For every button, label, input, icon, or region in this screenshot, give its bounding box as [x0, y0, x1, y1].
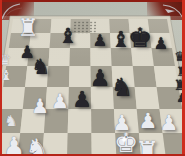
piece-black-pawn-h7[interactable]: ♟ — [154, 36, 168, 52]
red-frame-top — [0, 0, 185, 2]
captured-white-knight: ♞ — [4, 114, 17, 129]
piece-black-pawn-d4[interactable]: ♟ — [72, 89, 92, 111]
square-a4[interactable] — [0, 87, 25, 109]
king-highlight-sparkle: ✦ — [120, 136, 128, 145]
square-e3[interactable] — [91, 109, 115, 133]
piece-black-pawn-e7[interactable]: ♟ — [93, 33, 107, 49]
square-d2[interactable] — [67, 133, 92, 156]
piece-white-pawn-b3[interactable]: ♟ — [31, 96, 49, 116]
square-g5[interactable] — [133, 66, 157, 87]
chess-titans-screenshot: ♜♝♟♝♚♟♟♞♟♟♟♞♟♟♟♟♟♚♞♜ ♛♝♞ ♛♜♜♟ ✦ — [0, 0, 185, 156]
square-g4[interactable] — [135, 87, 160, 109]
piece-black-king-g7[interactable]: ♚ — [128, 24, 152, 51]
piece-white-pawn-g3[interactable]: ♟ — [139, 111, 158, 132]
piece-white-pawn-h3[interactable]: ♟ — [160, 113, 179, 134]
piece-white-rook-a8[interactable]: ♜ — [17, 16, 39, 40]
piece-black-knight-f4[interactable]: ♞ — [111, 75, 133, 100]
square-d3[interactable] — [68, 109, 92, 133]
square-d5[interactable] — [69, 66, 91, 87]
piece-white-pawn-a2[interactable]: ♟ — [3, 134, 25, 156]
square-e2[interactable] — [91, 133, 116, 156]
piece-black-pawn-e5[interactable]: ♟ — [90, 67, 111, 90]
red-frame-bottom — [0, 154, 185, 156]
red-frame-left — [0, 0, 2, 156]
piece-black-knight-b5[interactable]: ♞ — [32, 57, 51, 78]
piece-white-knight-b1[interactable]: ♞ — [25, 135, 49, 156]
red-frame-right — [182, 0, 185, 156]
piece-white-pawn-c4[interactable]: ♟ — [51, 91, 69, 111]
piece-black-bishop-c7[interactable]: ♝ — [59, 26, 78, 47]
